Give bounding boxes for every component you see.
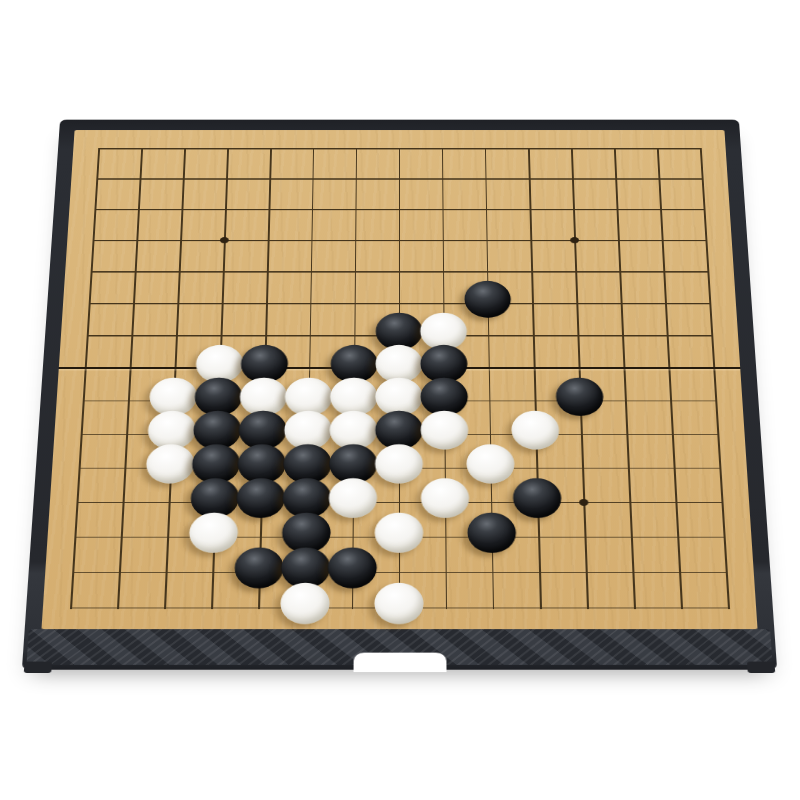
intersection [247, 163, 291, 193]
intersection [377, 133, 420, 163]
intersection [330, 485, 376, 519]
intersection [154, 287, 200, 319]
intersection [686, 287, 732, 319]
intersection [563, 590, 611, 626]
intersection [203, 194, 248, 225]
intersection [595, 224, 640, 255]
white-stone[interactable] [375, 444, 423, 483]
intersection [104, 384, 151, 417]
intersection [604, 451, 651, 485]
white-stone[interactable] [145, 444, 194, 483]
intersection [557, 384, 603, 417]
intersection [332, 287, 377, 319]
intersection [469, 554, 516, 589]
intersection [57, 417, 105, 451]
intersection [235, 554, 283, 589]
intersection [642, 287, 688, 319]
intersection [112, 255, 158, 287]
intersection [699, 519, 748, 554]
intersection [697, 485, 745, 519]
intersection [50, 519, 99, 554]
board-surface [41, 130, 757, 629]
intersection [600, 351, 646, 384]
intersection [467, 451, 513, 485]
intersection [681, 194, 726, 225]
intersection [204, 163, 248, 193]
intersection [422, 590, 469, 626]
intersection [703, 590, 752, 626]
intersection [602, 384, 649, 417]
white-stone[interactable] [375, 513, 424, 553]
intersection [555, 319, 601, 351]
intersection [288, 287, 333, 319]
intersection [422, 485, 468, 519]
intersection [512, 417, 558, 451]
intersection [683, 224, 729, 255]
intersection [146, 451, 193, 485]
frame-handle-notch [353, 653, 446, 673]
black-stone[interactable] [236, 478, 285, 518]
intersection [422, 554, 469, 589]
intersection [463, 133, 506, 163]
intersection [375, 590, 422, 626]
intersection [201, 224, 246, 255]
intersection [334, 133, 377, 163]
intersection [97, 519, 145, 554]
intersection [421, 194, 465, 225]
intersection [68, 255, 114, 287]
intersection [603, 417, 650, 451]
intersection [101, 451, 149, 485]
intersection [63, 319, 110, 351]
intersection [289, 224, 333, 255]
intersection [562, 554, 610, 589]
intersection [290, 194, 334, 225]
intersection [93, 590, 142, 626]
intersection [696, 451, 744, 485]
go-board [22, 120, 777, 670]
intersection [509, 287, 554, 319]
intersection [72, 194, 117, 225]
intersection [594, 194, 639, 225]
intersection [99, 485, 147, 519]
intersection [684, 255, 730, 287]
intersection [701, 554, 750, 589]
intersection [376, 451, 422, 485]
intersection [679, 163, 724, 193]
intersection [647, 384, 694, 417]
intersection [467, 384, 513, 417]
intersection [281, 590, 329, 626]
white-stone[interactable] [374, 583, 423, 624]
white-stone[interactable] [329, 478, 377, 518]
intersection [117, 163, 162, 193]
intersection [159, 194, 204, 225]
intersection [289, 255, 334, 287]
intersection [509, 255, 554, 287]
intersection [328, 590, 375, 626]
intersection [644, 319, 690, 351]
intersection [558, 417, 605, 451]
intersection [592, 133, 636, 163]
intersection [145, 485, 193, 519]
intersection [420, 133, 463, 163]
intersection [692, 384, 739, 417]
intersection [608, 554, 656, 589]
intersection [551, 194, 596, 225]
intersection [507, 163, 551, 193]
intersection [70, 224, 116, 255]
intersection [333, 255, 377, 287]
intersection [377, 255, 421, 287]
intersection [598, 287, 644, 319]
intersection [421, 224, 465, 255]
intersection [655, 554, 704, 589]
intersection [376, 519, 423, 554]
intersection [61, 351, 108, 384]
intersection [464, 163, 508, 193]
intersection [645, 351, 692, 384]
intersection [638, 194, 683, 225]
intersection [610, 590, 659, 626]
intersection [244, 255, 289, 287]
intersection [246, 194, 290, 225]
intersection [48, 554, 97, 589]
intersection [143, 519, 191, 554]
intersection [333, 224, 377, 255]
intersection [377, 163, 420, 193]
intersection [648, 417, 695, 451]
intersection [636, 163, 681, 193]
intersection [508, 224, 553, 255]
intersection [422, 519, 469, 554]
intersection [108, 319, 154, 351]
black-stone[interactable] [328, 547, 377, 588]
black-stone[interactable] [513, 478, 562, 518]
black-stone[interactable] [464, 281, 511, 318]
intersection [639, 224, 684, 255]
intersection [510, 319, 555, 351]
intersection [464, 194, 508, 225]
intersection [243, 287, 288, 319]
intersection [66, 287, 112, 319]
intersection [74, 163, 119, 193]
intersection [422, 417, 468, 451]
intersection [421, 255, 465, 287]
white-stone[interactable] [189, 513, 239, 553]
intersection [205, 133, 249, 163]
intersection [506, 133, 550, 163]
intersection [593, 163, 638, 193]
intersection [248, 133, 292, 163]
intersection [468, 519, 515, 554]
intersection [45, 590, 94, 626]
intersection [106, 351, 153, 384]
intersection [597, 255, 642, 287]
go-board-grid [45, 133, 752, 625]
intersection [549, 133, 593, 163]
intersection [141, 554, 189, 589]
intersection [466, 319, 511, 351]
intersection [334, 163, 378, 193]
intersection [140, 590, 189, 626]
intersection [115, 194, 160, 225]
white-stone[interactable] [511, 411, 559, 450]
intersection [190, 519, 238, 554]
intersection [234, 590, 282, 626]
hinge-tab-right [747, 662, 775, 673]
intersection [377, 194, 421, 225]
intersection [559, 451, 606, 485]
intersection [514, 485, 561, 519]
intersection [95, 554, 144, 589]
intersection [158, 224, 203, 255]
intersection [690, 351, 737, 384]
intersection [110, 287, 156, 319]
board-frame [22, 120, 777, 670]
intersection [561, 519, 609, 554]
intersection [187, 590, 235, 626]
intersection [287, 319, 332, 351]
intersection [421, 163, 464, 193]
white-stone[interactable] [280, 583, 330, 624]
black-stone[interactable] [234, 547, 284, 588]
intersection [554, 287, 599, 319]
intersection [657, 590, 706, 626]
intersection [199, 287, 244, 319]
white-stone[interactable] [466, 444, 514, 483]
intersection [599, 319, 645, 351]
intersection [114, 224, 159, 255]
intersection [650, 451, 698, 485]
hinge-tab-left [24, 662, 52, 673]
intersection [59, 384, 106, 417]
intersection [156, 255, 201, 287]
intersection [469, 590, 517, 626]
intersection [160, 163, 205, 193]
intersection [334, 194, 378, 225]
intersection [245, 224, 290, 255]
black-stone[interactable] [467, 513, 516, 553]
intersection [606, 485, 654, 519]
intersection [102, 417, 149, 451]
black-stone[interactable] [555, 378, 603, 416]
intersection [652, 485, 700, 519]
white-stone[interactable] [421, 411, 469, 450]
intersection [688, 319, 735, 351]
intersection [560, 485, 607, 519]
white-stone[interactable] [421, 478, 469, 518]
intersection [515, 519, 562, 554]
intersection [464, 224, 508, 255]
product-photo-scene [0, 0, 800, 800]
intersection [237, 485, 284, 519]
intersection [511, 351, 557, 384]
intersection [188, 554, 236, 589]
intersection [635, 133, 680, 163]
intersection [553, 255, 598, 287]
intersection [465, 287, 510, 319]
intersection [52, 485, 100, 519]
intersection [550, 163, 594, 193]
intersection [641, 255, 687, 287]
intersection [76, 133, 121, 163]
intersection [119, 133, 164, 163]
intersection [291, 163, 335, 193]
intersection [55, 451, 103, 485]
intersection [677, 133, 722, 163]
intersection [607, 519, 655, 554]
intersection [377, 224, 421, 255]
intersection [653, 519, 701, 554]
intersection [466, 351, 511, 384]
intersection [516, 590, 564, 626]
intersection [552, 224, 597, 255]
intersection [507, 194, 551, 225]
intersection [329, 554, 376, 589]
intersection [153, 319, 199, 351]
intersection [694, 417, 742, 451]
intersection [291, 133, 335, 163]
intersection [515, 554, 563, 589]
intersection [162, 133, 206, 163]
intersection [200, 255, 245, 287]
